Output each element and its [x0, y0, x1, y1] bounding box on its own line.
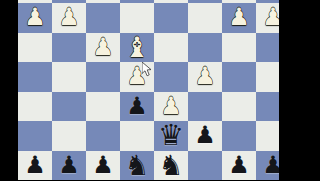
piece-black-pawn-e5[interactable]: ♟ — [120, 92, 154, 122]
piece-white-pawn-d5[interactable]: ♟ — [154, 92, 188, 122]
piece-white-pawn-b2[interactable]: ♟ — [222, 3, 256, 33]
piece-white-pawn-h2[interactable]: ♟ — [18, 3, 52, 33]
board-clip-area: ♜♞♛♚♝♞♜♟♟♟♟♝♟♟♟♟♟♟♛♞♞♟♟♟♟♟♜♝♚♝♜ — [18, 0, 279, 180]
piece-black-pawn-g7[interactable]: ♟ — [52, 151, 86, 181]
square-b4[interactable] — [222, 62, 256, 92]
square-h6[interactable] — [18, 121, 52, 151]
square-b3[interactable] — [222, 33, 256, 63]
square-f4[interactable] — [86, 62, 120, 92]
square-d2[interactable] — [154, 3, 188, 33]
piece-white-pawn-c4[interactable]: ♟ — [188, 62, 222, 92]
square-g4[interactable] — [52, 62, 86, 92]
square-a3[interactable] — [256, 33, 279, 63]
square-e2[interactable] — [120, 3, 154, 33]
piece-black-knight-d7[interactable]: ♞ — [154, 151, 188, 181]
square-a6[interactable] — [256, 121, 279, 151]
square-h4[interactable] — [18, 62, 52, 92]
square-a4[interactable] — [256, 62, 279, 92]
square-f2[interactable] — [86, 3, 120, 33]
piece-white-bishop-f1[interactable]: ♝ — [86, 0, 120, 3]
piece-white-queen-d1[interactable]: ♛ — [154, 0, 188, 3]
piece-white-pawn-a2[interactable]: ♟ — [256, 3, 279, 33]
square-g6[interactable] — [52, 121, 86, 151]
piece-black-knight-e7[interactable]: ♞ — [120, 151, 154, 181]
piece-white-king-e1[interactable]: ♚ — [120, 0, 154, 3]
piece-black-queen-d6[interactable]: ♛ — [154, 121, 188, 151]
piece-black-pawn-h7[interactable]: ♟ — [18, 151, 52, 181]
chess-board[interactable]: ♜♞♛♚♝♞♜♟♟♟♟♝♟♟♟♟♟♟♛♞♞♟♟♟♟♟♜♝♚♝♜ — [18, 0, 279, 180]
piece-black-pawn-b7[interactable]: ♟ — [222, 151, 256, 181]
square-e6[interactable] — [120, 121, 154, 151]
piece-white-pawn-f3[interactable]: ♟ — [86, 33, 120, 63]
square-c2[interactable] — [188, 3, 222, 33]
square-a5[interactable] — [256, 92, 279, 122]
piece-black-pawn-f7[interactable]: ♟ — [86, 151, 120, 181]
square-h3[interactable] — [18, 33, 52, 63]
square-d4[interactable] — [154, 62, 188, 92]
square-d3[interactable] — [154, 33, 188, 63]
square-h5[interactable] — [18, 92, 52, 122]
square-g3[interactable] — [52, 33, 86, 63]
video-frame: ♜♞♛♚♝♞♜♟♟♟♟♝♟♟♟♟♟♟♛♞♞♟♟♟♟♟♜♝♚♝♜ — [0, 0, 320, 180]
piece-black-pawn-a7[interactable]: ♟ — [256, 151, 279, 181]
square-b6[interactable] — [222, 121, 256, 151]
square-c7[interactable] — [188, 151, 222, 181]
mouse-cursor — [142, 62, 152, 77]
piece-white-bishop-e3[interactable]: ♝ — [120, 33, 154, 63]
square-f6[interactable] — [86, 121, 120, 151]
piece-white-pawn-g2[interactable]: ♟ — [52, 3, 86, 33]
square-g5[interactable] — [52, 92, 86, 122]
square-c3[interactable] — [188, 33, 222, 63]
square-c5[interactable] — [188, 92, 222, 122]
piece-black-pawn-c6[interactable]: ♟ — [188, 121, 222, 151]
square-b5[interactable] — [222, 92, 256, 122]
square-f5[interactable] — [86, 92, 120, 122]
